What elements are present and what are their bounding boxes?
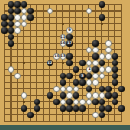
black-stone: [8, 14, 14, 20]
black-stone: [105, 92, 111, 98]
black-stone: [99, 14, 105, 20]
black-stone: [27, 8, 33, 14]
move-number: 9: [68, 29, 71, 33]
white-stone: [92, 60, 98, 66]
black-stone: [66, 105, 72, 111]
star-point: [62, 23, 64, 25]
black-stone: [60, 79, 66, 85]
black-stone: [79, 79, 85, 85]
black-stone: [99, 105, 105, 111]
black-stone: [1, 14, 7, 20]
black-stone: [73, 92, 79, 98]
white-stone: [14, 21, 20, 27]
black-stone: [112, 66, 118, 72]
move-number: 1: [88, 68, 91, 72]
white-stone: [99, 66, 105, 72]
black-stone: [14, 1, 20, 7]
black-stone: [66, 34, 72, 40]
white-stone: [99, 53, 105, 59]
white-stone: [8, 66, 14, 72]
white-stone: [92, 73, 98, 79]
black-stone: [73, 105, 79, 111]
black-stone: [66, 60, 72, 66]
black-stone: [21, 105, 27, 111]
star-point: [62, 62, 64, 64]
black-stone: [92, 99, 98, 105]
white-stone: [99, 92, 105, 98]
white-stone: [92, 47, 98, 53]
move-number: 16: [60, 42, 65, 46]
black-stone: [92, 40, 98, 46]
white-stone: [86, 79, 92, 85]
black-stone: [99, 1, 105, 7]
white-stone: 15: [53, 53, 59, 59]
black-stone: [105, 86, 111, 92]
white-stone: [66, 86, 72, 92]
black-stone: [118, 105, 124, 111]
black-stone: 17: [66, 40, 72, 46]
move-number: 3: [81, 74, 84, 78]
white-stone: [66, 92, 72, 98]
white-stone: 1: [86, 66, 92, 72]
black-stone: [73, 66, 79, 72]
go-board[interactable]: 911161715131213: [0, 0, 130, 130]
white-stone: [86, 92, 92, 98]
white-stone: [79, 99, 85, 105]
black-stone: [92, 66, 98, 72]
move-number: 13: [60, 55, 65, 59]
black-stone: [112, 53, 118, 59]
white-stone: [105, 40, 111, 46]
white-stone: [105, 47, 111, 53]
black-stone: [21, 1, 27, 7]
black-stone: [66, 73, 72, 79]
move-number: 15: [54, 55, 59, 59]
move-number: 17: [67, 42, 72, 46]
white-stone: [14, 14, 20, 20]
black-stone: 3: [79, 73, 85, 79]
white-stone: [105, 53, 111, 59]
black-stone: [92, 53, 98, 59]
move-number: 11: [60, 35, 65, 39]
black-stone: [8, 27, 14, 33]
black-stone: [1, 27, 7, 33]
white-stone: [21, 92, 27, 98]
black-stone: [1, 21, 7, 27]
black-stone: [112, 79, 118, 85]
black-stone: [112, 92, 118, 98]
black-stone: [79, 60, 85, 66]
white-stone: 9: [66, 27, 72, 33]
black-stone: [27, 14, 33, 20]
black-stone: [8, 1, 14, 7]
white-stone: [14, 73, 20, 79]
white-stone: [92, 79, 98, 85]
black-stone: [27, 112, 33, 118]
move-number: 12: [47, 61, 52, 65]
black-stone: [118, 86, 124, 92]
table-edge: [0, 125, 130, 130]
black-stone: [66, 53, 72, 59]
star-point: [23, 62, 25, 64]
white-stone: 16: [60, 40, 66, 46]
go-app: 911161715131213: [0, 0, 130, 130]
black-stone: [66, 99, 72, 105]
star-point: [101, 23, 103, 25]
black-stone: [60, 92, 66, 98]
star-point: [23, 101, 25, 103]
black-stone: [105, 105, 111, 111]
white-stone: [105, 66, 111, 72]
black-stone: [73, 79, 79, 85]
black-stone: [60, 105, 66, 111]
black-stone: [47, 92, 53, 98]
black-stone: [79, 105, 85, 111]
white-stone: [14, 27, 20, 33]
white-stone: [21, 14, 27, 20]
black-stone: [53, 99, 59, 105]
white-stone: [92, 92, 98, 98]
white-stone: [53, 86, 59, 92]
white-stone: [92, 112, 98, 118]
black-stone: [8, 40, 14, 46]
white-stone: 13: [60, 53, 66, 59]
black-stone: [34, 105, 40, 111]
black-stone: [14, 8, 20, 14]
